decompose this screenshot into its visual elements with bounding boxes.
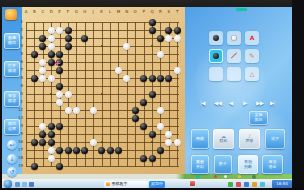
taskbar-red-icon[interactable] [190, 181, 195, 186]
quick-launch-icon[interactable] [29, 182, 34, 187]
first-move-button[interactable]: |◀ [200, 101, 205, 107]
black-stone-H3 [81, 35, 88, 42]
monitor-bezel-right [292, 0, 304, 190]
wallpaper-blob [252, 175, 256, 179]
black-stone-icon [213, 53, 219, 59]
label-a-tool[interactable]: A [245, 31, 259, 45]
star-point [101, 93, 103, 95]
black-stone-B8 [31, 75, 38, 82]
black-stone-tool[interactable] [209, 31, 223, 45]
erase-slash-tool[interactable] [227, 49, 241, 63]
col-label: S [166, 10, 172, 14]
col-label: N [124, 10, 130, 14]
tool-empty[interactable] [209, 67, 223, 81]
black-stone-D14 [48, 123, 55, 130]
row-label: 16 [16, 140, 23, 144]
black-stone-O12 [132, 107, 139, 114]
col-label: J [90, 10, 96, 14]
wallpaper-blob [224, 175, 227, 178]
white-stone-R5 [157, 51, 164, 58]
col-label: A [23, 10, 29, 14]
panel-button[interactable]: 试下 [265, 129, 285, 149]
black-stone-L17 [107, 147, 114, 154]
triangle-icon: △ [250, 71, 255, 77]
panel-button-label: 重新 开始 [196, 160, 204, 170]
sidebar-button[interactable]: 打开 棋谱 [4, 61, 20, 77]
panel-button-label: 联机 [220, 139, 228, 144]
wallpaper-blob [238, 175, 241, 178]
black-stone-icon [213, 35, 219, 41]
panel-button[interactable]: 重新 开始 [191, 155, 209, 174]
row-label: 19 [16, 164, 23, 168]
col-label: M [115, 10, 121, 14]
refresh-button[interactable]: ↺ [7, 167, 17, 177]
star-point [151, 141, 153, 143]
col-label: E [57, 10, 63, 14]
black-stone-C16 [39, 139, 46, 146]
black-stone-P8 [140, 75, 147, 82]
white-stone-G12 [73, 107, 80, 114]
tray-icon[interactable] [260, 182, 265, 187]
black-stone-B16 [31, 139, 38, 146]
screenshot: 围棋教学 对局中 16:54 ABCDEFGHJKLMNOPQRST123456… [0, 0, 304, 190]
white-stone-F10 [65, 91, 72, 98]
black-stone-E19 [56, 163, 63, 170]
col-label: K [99, 10, 105, 14]
panel-button-label: 悔棋 [196, 137, 204, 142]
white-stone-D8 [48, 75, 55, 82]
fast-back-button[interactable]: ◀◀ [214, 101, 221, 107]
prev-move-button[interactable]: ◀ [229, 101, 233, 107]
black-stone-H17 [81, 147, 88, 154]
black-stone-F3 [65, 35, 72, 42]
panel-button[interactable]: 数子 [214, 155, 232, 174]
black-stone-C3 [39, 35, 46, 42]
panel-button[interactable]: ☁联机 [213, 129, 234, 149]
white-stone-F12 [65, 107, 72, 114]
start-button[interactable] [4, 180, 12, 188]
black-stone-Q2 [149, 27, 156, 34]
col-label: T [174, 10, 180, 14]
black-stone-P11 [140, 99, 147, 106]
black-stone-D16 [48, 139, 55, 146]
quick-launch-icon[interactable] [22, 182, 27, 187]
white-stone-T7 [174, 67, 181, 74]
white-stone-E2 [56, 27, 63, 34]
white-stone-S16 [165, 139, 172, 146]
triangle-mark-tool[interactable]: △ [245, 67, 259, 81]
row-label: 2 [16, 28, 23, 32]
black-stone-R8 [157, 75, 164, 82]
wallpaper-blob [214, 175, 217, 178]
panel-button[interactable]: 保存 退出 [262, 155, 283, 174]
sidebar-button[interactable]: 保存 棋谱 [4, 91, 20, 107]
white-stone-R12 [157, 107, 164, 114]
white-stone-C8 [39, 75, 46, 82]
black-stone-O13 [132, 115, 139, 122]
quick-launch-icon[interactable] [15, 182, 20, 187]
panel-button[interactable]: 形势 判断 [238, 155, 258, 174]
black-stone-D5 [48, 51, 55, 58]
star-point [101, 45, 103, 47]
black-stone-D15 [48, 131, 55, 138]
white-stone-E11 [56, 99, 63, 106]
row-label: 5 [16, 52, 23, 56]
col-label: G [73, 10, 79, 14]
white-stone-D18 [48, 155, 55, 162]
black-stone-Q1 [149, 19, 156, 26]
panel-button-label: 形势 判断 [244, 160, 252, 170]
black-stone-B5 [31, 51, 38, 58]
wallpaper-blob [196, 175, 200, 179]
undo-button[interactable]: ↩ [7, 140, 17, 150]
col-label: D [48, 10, 54, 14]
white-stone-D2 [48, 27, 55, 34]
black-stone-F2 [65, 27, 72, 34]
row-label: 12 [16, 108, 23, 112]
tool-empty[interactable] [227, 67, 241, 81]
white-stone-C14 [39, 123, 46, 130]
panel-button-label: 试下 [271, 137, 279, 142]
star-point [101, 141, 103, 143]
black-stone-R3 [157, 35, 164, 42]
col-label: R [157, 10, 163, 14]
next-move-button[interactable]: ▶ [243, 101, 247, 107]
white-stone-N4 [123, 43, 130, 50]
col-label: F [65, 10, 71, 14]
white-stone-J16 [90, 139, 97, 146]
col-label: O [132, 10, 138, 14]
tray-icon[interactable] [252, 182, 257, 187]
white-stone-icon [231, 35, 237, 41]
panel-button[interactable]: ♪声音 [239, 129, 260, 149]
taskbar-clock[interactable]: 16:54 [272, 180, 292, 188]
panel-button[interactable]: 悔棋 [191, 129, 209, 149]
minimize-dash-icon[interactable] [236, 8, 247, 11]
black-stone-T2 [174, 27, 181, 34]
white-stone-D3 [48, 35, 55, 42]
col-label: L [107, 10, 113, 14]
white-stone-J12 [90, 107, 97, 114]
black-stone-E9 [56, 83, 63, 90]
white-stone-S3 [165, 35, 172, 42]
black-stone-G17 [73, 147, 80, 154]
col-label: C [40, 10, 46, 14]
white-stone-N8 [123, 75, 130, 82]
tray-icon[interactable] [236, 182, 241, 187]
black-stone-B19 [31, 163, 38, 170]
sidebar-button[interactable]: 棋局 设置 [4, 119, 20, 135]
white-stone-T3 [174, 35, 181, 42]
white-stone-M7 [115, 67, 122, 74]
white-stone-C7 [39, 67, 46, 74]
panel-button-label: 声音 [246, 139, 254, 144]
white-stone-E10 [56, 91, 63, 98]
black-stone-tool[interactable] [209, 49, 223, 63]
row-label: 1 [16, 20, 23, 24]
col-label: B [31, 10, 37, 14]
black-stone-E7 [56, 67, 63, 74]
panel-button-label: 交换 黑白 [255, 113, 263, 123]
col-label: Q [149, 10, 155, 14]
pencil-icon: ✎ [249, 53, 254, 60]
black-stone-F17 [65, 147, 72, 154]
black-stone-S2 [165, 27, 172, 34]
black-stone-E17 [56, 147, 63, 154]
col-label: H [82, 10, 88, 14]
panel-button-label: 数子 [219, 162, 227, 167]
white-stone-C6 [39, 59, 46, 66]
white-stone-tool[interactable] [227, 31, 241, 45]
black-stone-F4 [65, 43, 72, 50]
black-stone-P18 [140, 155, 147, 162]
monitor-bezel-bottom [0, 188, 304, 190]
white-stone-T16 [174, 139, 181, 146]
black-stone-E14 [56, 123, 63, 130]
black-stone-C4 [39, 43, 46, 50]
panel-button-label: 保存 退出 [269, 160, 277, 170]
black-stone-Q8 [149, 75, 156, 82]
last-move-button[interactable]: ▶| [270, 101, 275, 107]
tray-icon[interactable] [228, 182, 233, 187]
app-logo-icon [5, 9, 17, 20]
pencil-tool[interactable]: ✎ [245, 49, 259, 63]
white-stone-D17 [48, 147, 55, 154]
move-marker-icon [55, 61, 60, 66]
taskbar-app-item[interactable]: 围棋教学 [104, 181, 148, 188]
col-label: P [141, 10, 147, 14]
black-stone-R17 [157, 147, 164, 154]
black-stone-M17 [115, 147, 122, 154]
taskbar-app-label: 围棋教学 [112, 182, 128, 186]
taskbar-badge: 对局中 [149, 181, 165, 188]
taskbar-app-icon [106, 182, 110, 186]
letter-a-icon: A [250, 35, 255, 41]
fast-forward-button[interactable]: ▶▶ [256, 101, 263, 107]
black-stone-Q18 [149, 155, 156, 162]
sidebar-button[interactable]: 新建 棋局 [4, 33, 20, 49]
star-point [151, 45, 153, 47]
black-stone-Q10 [149, 91, 156, 98]
white-stone-D4 [48, 43, 55, 50]
black-stone-S8 [165, 75, 172, 82]
slash-icon [231, 53, 238, 60]
row-label: 18 [16, 156, 23, 160]
tray-icon[interactable] [244, 182, 249, 187]
row-label: 17 [16, 148, 23, 152]
down-arrow-button[interactable]: ↓ [7, 154, 17, 164]
white-stone-R14 [157, 123, 164, 130]
black-stone-K17 [98, 147, 105, 154]
black-stone-Q15 [149, 131, 156, 138]
panel-button[interactable]: 交换 黑白 [249, 111, 268, 125]
black-stone-D6 [48, 59, 55, 66]
white-stone-S15 [165, 131, 172, 138]
black-stone-P14 [140, 123, 147, 130]
black-stone-C15 [39, 131, 46, 138]
black-stone-E5 [56, 51, 63, 58]
row-label: 9 [16, 84, 23, 88]
